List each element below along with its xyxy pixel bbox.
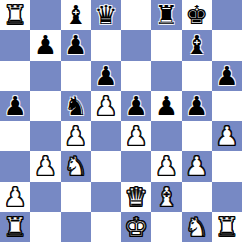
square-h5[interactable] bbox=[212, 91, 242, 121]
square-a4[interactable] bbox=[0, 121, 30, 151]
square-d1[interactable] bbox=[91, 212, 121, 242]
square-b2[interactable] bbox=[30, 182, 60, 212]
square-f2[interactable]: ♝ bbox=[151, 182, 181, 212]
square-f4[interactable] bbox=[151, 121, 181, 151]
square-b6[interactable] bbox=[30, 61, 60, 91]
black-king[interactable]: ♚ bbox=[185, 0, 208, 30]
black-pawn[interactable]: ♟ bbox=[124, 91, 147, 121]
square-b5[interactable] bbox=[30, 91, 60, 121]
square-f5[interactable]: ♟ bbox=[151, 91, 181, 121]
square-f8[interactable]: ♜ bbox=[151, 0, 181, 30]
square-c7[interactable]: ♟ bbox=[61, 30, 91, 60]
square-g1[interactable]: ♞ bbox=[182, 212, 212, 242]
white-king[interactable]: ♚ bbox=[124, 212, 147, 242]
square-c1[interactable] bbox=[61, 212, 91, 242]
white-rook[interactable]: ♜ bbox=[3, 212, 26, 242]
square-a7[interactable] bbox=[0, 30, 30, 60]
white-knight[interactable]: ♞ bbox=[185, 212, 208, 242]
square-d6[interactable]: ♟ bbox=[91, 61, 121, 91]
white-knight[interactable]: ♞ bbox=[64, 151, 87, 181]
square-d4[interactable] bbox=[91, 121, 121, 151]
square-f1[interactable] bbox=[151, 212, 181, 242]
black-rook[interactable]: ♜ bbox=[155, 0, 178, 30]
black-bishop[interactable]: ♝ bbox=[185, 30, 208, 60]
square-f3[interactable]: ♟ bbox=[151, 151, 181, 181]
square-h4[interactable]: ♟ bbox=[212, 121, 242, 151]
white-pawn[interactable]: ♟ bbox=[3, 182, 26, 212]
black-knight[interactable]: ♞ bbox=[64, 91, 87, 121]
white-pawn[interactable]: ♟ bbox=[64, 121, 87, 151]
square-c8[interactable]: ♝ bbox=[61, 0, 91, 30]
square-g3[interactable]: ♟ bbox=[182, 151, 212, 181]
square-b3[interactable]: ♟ bbox=[30, 151, 60, 181]
square-f6[interactable] bbox=[151, 61, 181, 91]
square-b4[interactable] bbox=[30, 121, 60, 151]
chess-board: ♜♝♛♜♚♟♟♝♟♟♟♞♟♟♟♟♟♟♟♟♞♟♟♟♛♝♜♚♞♜ bbox=[0, 0, 242, 242]
square-e5[interactable]: ♟ bbox=[121, 91, 151, 121]
black-pawn[interactable]: ♟ bbox=[34, 30, 57, 60]
square-e2[interactable]: ♛ bbox=[121, 182, 151, 212]
white-rook[interactable]: ♜ bbox=[3, 0, 26, 30]
square-c5[interactable]: ♞ bbox=[61, 91, 91, 121]
square-a6[interactable] bbox=[0, 61, 30, 91]
white-pawn[interactable]: ♟ bbox=[124, 121, 147, 151]
square-g8[interactable]: ♚ bbox=[182, 0, 212, 30]
square-g2[interactable] bbox=[182, 182, 212, 212]
black-queen[interactable]: ♛ bbox=[94, 0, 117, 30]
white-bishop[interactable]: ♝ bbox=[155, 182, 178, 212]
square-a2[interactable]: ♟ bbox=[0, 182, 30, 212]
square-h3[interactable] bbox=[212, 151, 242, 181]
black-pawn[interactable]: ♟ bbox=[185, 91, 208, 121]
square-f7[interactable] bbox=[151, 30, 181, 60]
white-queen[interactable]: ♛ bbox=[124, 182, 147, 212]
square-h8[interactable] bbox=[212, 0, 242, 30]
square-e3[interactable] bbox=[121, 151, 151, 181]
square-c6[interactable] bbox=[61, 61, 91, 91]
white-pawn[interactable]: ♟ bbox=[155, 151, 178, 181]
square-h6[interactable]: ♟ bbox=[212, 61, 242, 91]
white-rook[interactable]: ♜ bbox=[215, 212, 238, 242]
square-d3[interactable] bbox=[91, 151, 121, 181]
white-pawn[interactable]: ♟ bbox=[94, 91, 117, 121]
black-bishop[interactable]: ♝ bbox=[64, 0, 87, 30]
square-c4[interactable]: ♟ bbox=[61, 121, 91, 151]
square-e7[interactable] bbox=[121, 30, 151, 60]
square-a1[interactable]: ♜ bbox=[0, 212, 30, 242]
black-pawn[interactable]: ♟ bbox=[3, 91, 26, 121]
square-c2[interactable] bbox=[61, 182, 91, 212]
square-b8[interactable] bbox=[30, 0, 60, 30]
black-pawn[interactable]: ♟ bbox=[215, 61, 238, 91]
square-e6[interactable] bbox=[121, 61, 151, 91]
white-pawn[interactable]: ♟ bbox=[34, 151, 57, 181]
square-d2[interactable] bbox=[91, 182, 121, 212]
square-c3[interactable]: ♞ bbox=[61, 151, 91, 181]
square-a5[interactable]: ♟ bbox=[0, 91, 30, 121]
black-pawn[interactable]: ♟ bbox=[155, 91, 178, 121]
square-b7[interactable]: ♟ bbox=[30, 30, 60, 60]
square-g7[interactable]: ♝ bbox=[182, 30, 212, 60]
square-e4[interactable]: ♟ bbox=[121, 121, 151, 151]
square-a3[interactable] bbox=[0, 151, 30, 181]
square-d8[interactable]: ♛ bbox=[91, 0, 121, 30]
square-b1[interactable] bbox=[30, 212, 60, 242]
square-a8[interactable]: ♜ bbox=[0, 0, 30, 30]
square-g6[interactable] bbox=[182, 61, 212, 91]
white-pawn[interactable]: ♟ bbox=[185, 151, 208, 181]
square-g4[interactable] bbox=[182, 121, 212, 151]
square-g5[interactable]: ♟ bbox=[182, 91, 212, 121]
square-d7[interactable] bbox=[91, 30, 121, 60]
square-d5[interactable]: ♟ bbox=[91, 91, 121, 121]
black-pawn[interactable]: ♟ bbox=[94, 61, 117, 91]
square-h2[interactable] bbox=[212, 182, 242, 212]
square-e1[interactable]: ♚ bbox=[121, 212, 151, 242]
white-pawn[interactable]: ♟ bbox=[215, 121, 238, 151]
square-h1[interactable]: ♜ bbox=[212, 212, 242, 242]
square-h7[interactable] bbox=[212, 30, 242, 60]
square-e8[interactable] bbox=[121, 0, 151, 30]
black-pawn[interactable]: ♟ bbox=[64, 30, 87, 60]
